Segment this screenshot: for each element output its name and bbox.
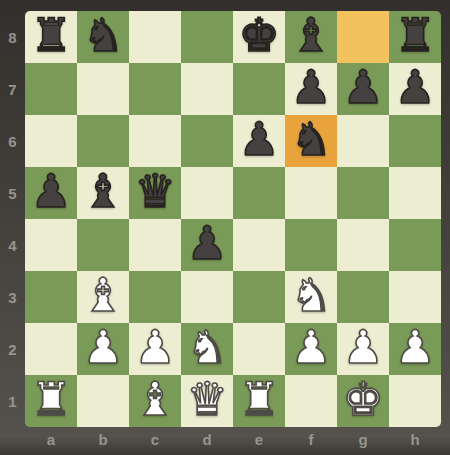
square-d5[interactable] bbox=[181, 167, 233, 219]
square-f1[interactable] bbox=[285, 375, 337, 427]
square-c3[interactable] bbox=[129, 271, 181, 323]
rank-label-1: 1 bbox=[0, 375, 25, 427]
piece-black-pawn[interactable]: ♟ bbox=[238, 113, 279, 165]
piece-black-knight[interactable]: ♞ bbox=[82, 11, 123, 61]
square-g3[interactable] bbox=[337, 271, 389, 323]
square-h2[interactable]: ♟ bbox=[389, 323, 441, 375]
square-g4[interactable] bbox=[337, 219, 389, 271]
piece-black-pawn[interactable]: ♟ bbox=[30, 165, 71, 217]
square-f8[interactable]: ♝ bbox=[285, 11, 337, 63]
file-label-a: a bbox=[25, 427, 77, 451]
file-label-b: b bbox=[77, 427, 129, 451]
square-d2[interactable]: ♞ bbox=[181, 323, 233, 375]
square-c5[interactable]: ♛ bbox=[129, 167, 181, 219]
square-e8[interactable]: ♚ bbox=[233, 11, 285, 63]
piece-black-king[interactable]: ♚ bbox=[238, 11, 279, 61]
square-e4[interactable] bbox=[233, 219, 285, 271]
square-h7[interactable]: ♟ bbox=[389, 63, 441, 115]
square-g1[interactable]: ♚ bbox=[337, 375, 389, 427]
square-g2[interactable]: ♟ bbox=[337, 323, 389, 375]
piece-white-pawn[interactable]: ♟ bbox=[82, 321, 123, 373]
piece-black-bishop[interactable]: ♝ bbox=[82, 165, 123, 217]
square-d3[interactable] bbox=[181, 271, 233, 323]
piece-white-king[interactable]: ♚ bbox=[342, 373, 383, 425]
square-g8[interactable] bbox=[337, 11, 389, 63]
file-label-g: g bbox=[337, 427, 389, 451]
square-a4[interactable] bbox=[25, 219, 77, 271]
piece-black-pawn[interactable]: ♟ bbox=[342, 61, 383, 113]
square-d1[interactable]: ♛ bbox=[181, 375, 233, 427]
square-b7[interactable] bbox=[77, 63, 129, 115]
square-a3[interactable] bbox=[25, 271, 77, 323]
rank-label-4: 4 bbox=[0, 219, 25, 271]
piece-white-pawn[interactable]: ♟ bbox=[290, 321, 331, 373]
square-e2[interactable] bbox=[233, 323, 285, 375]
square-f7[interactable]: ♟ bbox=[285, 63, 337, 115]
piece-black-rook[interactable]: ♜ bbox=[394, 11, 435, 61]
piece-black-pawn[interactable]: ♟ bbox=[186, 217, 227, 269]
square-h6[interactable] bbox=[389, 115, 441, 167]
square-e3[interactable] bbox=[233, 271, 285, 323]
piece-white-bishop[interactable]: ♝ bbox=[82, 269, 123, 321]
square-g7[interactable]: ♟ bbox=[337, 63, 389, 115]
rank-label-7: 7 bbox=[0, 63, 25, 115]
square-c8[interactable] bbox=[129, 11, 181, 63]
piece-white-knight[interactable]: ♞ bbox=[290, 269, 331, 321]
square-b6[interactable] bbox=[77, 115, 129, 167]
square-h4[interactable] bbox=[389, 219, 441, 271]
square-b2[interactable]: ♟ bbox=[77, 323, 129, 375]
square-a8[interactable]: ♜ bbox=[25, 11, 77, 63]
square-b4[interactable] bbox=[77, 219, 129, 271]
chess-board: ♜♞♚♝♜♟♟♟♟♞♟♝♛♟♝♞♟♟♞♟♟♟♜♝♛♜♚ bbox=[25, 11, 441, 427]
file-label-e: e bbox=[233, 427, 285, 451]
square-e7[interactable] bbox=[233, 63, 285, 115]
piece-black-rook[interactable]: ♜ bbox=[30, 11, 71, 61]
square-c4[interactable] bbox=[129, 219, 181, 271]
square-f6[interactable]: ♞ bbox=[285, 115, 337, 167]
square-h3[interactable] bbox=[389, 271, 441, 323]
rank-label-8: 8 bbox=[0, 11, 25, 63]
square-d6[interactable] bbox=[181, 115, 233, 167]
square-d8[interactable] bbox=[181, 11, 233, 63]
square-c7[interactable] bbox=[129, 63, 181, 115]
square-e1[interactable]: ♜ bbox=[233, 375, 285, 427]
file-label-c: c bbox=[129, 427, 181, 451]
square-c1[interactable]: ♝ bbox=[129, 375, 181, 427]
piece-white-pawn[interactable]: ♟ bbox=[394, 321, 435, 373]
square-a1[interactable]: ♜ bbox=[25, 375, 77, 427]
square-g6[interactable] bbox=[337, 115, 389, 167]
square-e6[interactable]: ♟ bbox=[233, 115, 285, 167]
rank-label-6: 6 bbox=[0, 115, 25, 167]
square-f2[interactable]: ♟ bbox=[285, 323, 337, 375]
square-e5[interactable] bbox=[233, 167, 285, 219]
rank-coordinates: 87654321 bbox=[0, 11, 25, 427]
square-f3[interactable]: ♞ bbox=[285, 271, 337, 323]
file-label-d: d bbox=[181, 427, 233, 451]
square-b3[interactable]: ♝ bbox=[77, 271, 129, 323]
square-b8[interactable]: ♞ bbox=[77, 11, 129, 63]
square-g5[interactable] bbox=[337, 167, 389, 219]
square-a6[interactable] bbox=[25, 115, 77, 167]
rank-label-2: 2 bbox=[0, 323, 25, 375]
square-c6[interactable] bbox=[129, 115, 181, 167]
square-h5[interactable] bbox=[389, 167, 441, 219]
rank-label-5: 5 bbox=[0, 167, 25, 219]
file-label-h: h bbox=[389, 427, 441, 451]
piece-black-queen[interactable]: ♛ bbox=[134, 165, 175, 217]
square-h1[interactable] bbox=[389, 375, 441, 427]
file-coordinates: abcdefgh bbox=[25, 427, 441, 451]
square-d7[interactable] bbox=[181, 63, 233, 115]
square-a7[interactable] bbox=[25, 63, 77, 115]
piece-white-rook[interactable]: ♜ bbox=[238, 373, 279, 425]
piece-white-knight[interactable]: ♞ bbox=[186, 321, 227, 373]
square-b1[interactable] bbox=[77, 375, 129, 427]
piece-white-queen[interactable]: ♛ bbox=[186, 373, 227, 425]
piece-white-rook[interactable]: ♜ bbox=[30, 373, 71, 425]
piece-black-pawn[interactable]: ♟ bbox=[290, 61, 331, 113]
piece-white-bishop[interactable]: ♝ bbox=[134, 373, 175, 425]
square-b5[interactable]: ♝ bbox=[77, 167, 129, 219]
file-label-f: f bbox=[285, 427, 337, 451]
square-h8[interactable]: ♜ bbox=[389, 11, 441, 63]
square-a5[interactable]: ♟ bbox=[25, 167, 77, 219]
square-d4[interactable]: ♟ bbox=[181, 219, 233, 271]
square-a2[interactable] bbox=[25, 323, 77, 375]
piece-black-knight[interactable]: ♞ bbox=[290, 113, 331, 165]
piece-black-pawn[interactable]: ♟ bbox=[394, 61, 435, 113]
square-f4[interactable] bbox=[285, 219, 337, 271]
piece-white-pawn[interactable]: ♟ bbox=[134, 321, 175, 373]
piece-white-pawn[interactable]: ♟ bbox=[342, 321, 383, 373]
square-f5[interactable] bbox=[285, 167, 337, 219]
piece-black-bishop[interactable]: ♝ bbox=[290, 11, 331, 61]
rank-label-3: 3 bbox=[0, 271, 25, 323]
square-c2[interactable]: ♟ bbox=[129, 323, 181, 375]
